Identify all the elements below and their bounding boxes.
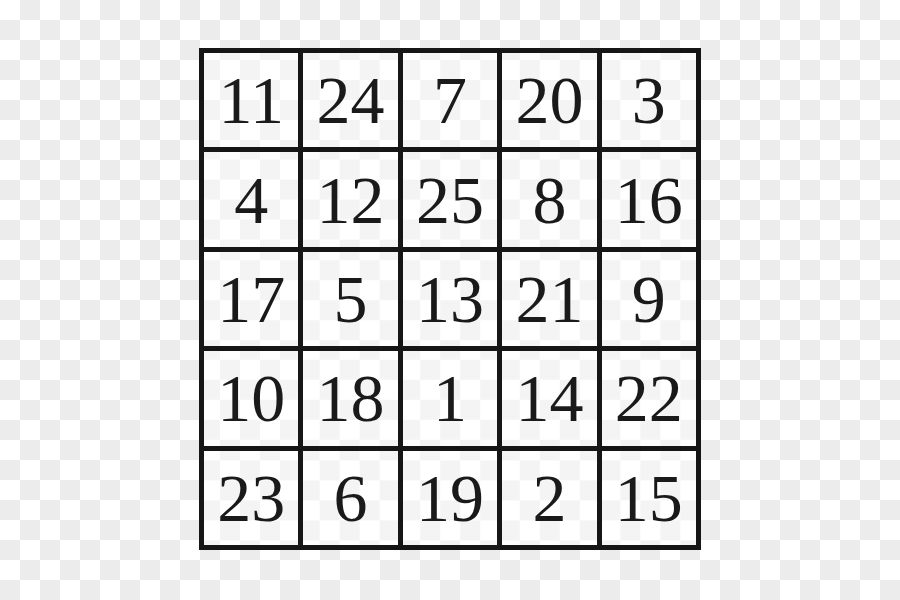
- cell-r3c5: 9: [602, 252, 696, 346]
- cell-r1c1: 11: [204, 53, 298, 147]
- cell-r4c5: 22: [602, 351, 696, 445]
- cell-r5c1: 23: [204, 451, 298, 545]
- cell-r4c1: 10: [204, 351, 298, 445]
- magic-square-board: 11 24 7 20 3 4 12 25 8 16 17 5 13 21 9 1…: [199, 48, 701, 550]
- cell-r3c4: 21: [502, 252, 596, 346]
- cell-r5c2: 6: [303, 451, 397, 545]
- cell-r4c4: 14: [502, 351, 596, 445]
- cell-r2c3: 25: [403, 152, 497, 246]
- cell-r1c3: 7: [403, 53, 497, 147]
- cell-r4c2: 18: [303, 351, 397, 445]
- cell-r1c4: 20: [502, 53, 596, 147]
- cell-r3c3: 13: [403, 252, 497, 346]
- cell-r4c3: 1: [403, 351, 497, 445]
- cell-r5c5: 15: [602, 451, 696, 545]
- cell-r2c5: 16: [602, 152, 696, 246]
- cell-r3c1: 17: [204, 252, 298, 346]
- cell-r2c1: 4: [204, 152, 298, 246]
- cell-r3c2: 5: [303, 252, 397, 346]
- cell-r5c3: 19: [403, 451, 497, 545]
- transparent-canvas: { "game": "magic-square", "grid_size": "…: [0, 0, 900, 600]
- cell-r2c2: 12: [303, 152, 397, 246]
- cell-r2c4: 8: [502, 152, 596, 246]
- cell-r5c4: 2: [502, 451, 596, 545]
- cell-r1c2: 24: [303, 53, 397, 147]
- cell-r1c5: 3: [602, 53, 696, 147]
